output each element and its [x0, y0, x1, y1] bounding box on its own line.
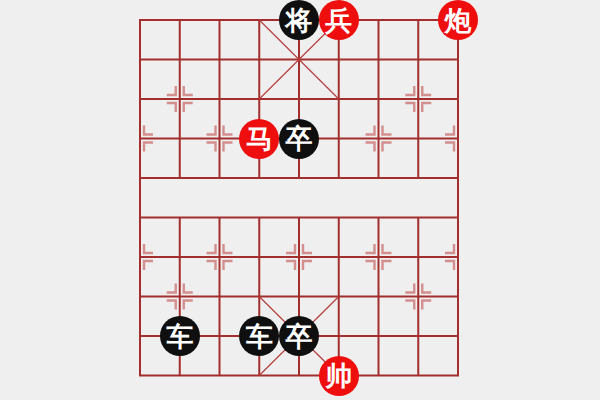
piece-black-general[interactable]: 将: [279, 0, 319, 40]
piece-black-soldier-1[interactable]: 卒: [279, 119, 319, 159]
board-grid: 将兵炮马卒车车卒帅: [120, 0, 478, 395]
piece-red-cannon[interactable]: 炮: [438, 0, 478, 40]
piece-red-general[interactable]: 帅: [319, 356, 359, 396]
piece-black-chariot-2[interactable]: 车: [239, 316, 279, 356]
xiangqi-diagram: 将兵炮马卒车车卒帅: [0, 0, 600, 400]
piece-red-horse[interactable]: 马: [239, 119, 279, 159]
piece-red-soldier-1[interactable]: 兵: [319, 0, 359, 40]
piece-black-chariot-1[interactable]: 车: [160, 316, 200, 356]
piece-black-soldier-2[interactable]: 卒: [279, 316, 319, 356]
